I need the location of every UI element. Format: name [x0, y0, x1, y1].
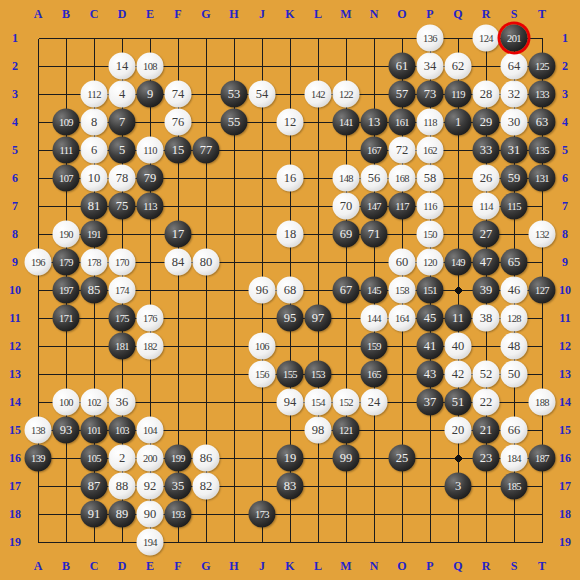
stone-black-77-G5[interactable]: 77: [193, 137, 220, 164]
stone-black-199-F16[interactable]: 199: [165, 445, 192, 472]
row-label-left-19: 19: [9, 535, 21, 550]
stone-white-14-D2[interactable]: 14: [109, 53, 136, 80]
move-number: 29: [480, 109, 493, 136]
move-number: 50: [508, 361, 521, 388]
move-number: 173: [255, 501, 269, 528]
move-number: 35: [172, 473, 185, 500]
stone-white-122-M3[interactable]: 122: [333, 81, 360, 108]
stone-black-35-F17[interactable]: 35: [165, 473, 192, 500]
stone-black-55-H4[interactable]: 55: [221, 109, 248, 136]
move-number: 122: [339, 81, 353, 108]
move-number: 113: [143, 193, 157, 220]
stone-white-26-R6[interactable]: 26: [473, 165, 500, 192]
row-label-right-4: 4: [562, 115, 568, 130]
stone-white-40-Q12[interactable]: 40: [445, 333, 472, 360]
move-number: 61: [396, 53, 409, 80]
stone-black-159-N12[interactable]: 159: [361, 333, 388, 360]
stone-white-62-Q2[interactable]: 62: [445, 53, 472, 80]
stone-black-193-F18[interactable]: 193: [165, 501, 192, 528]
move-number: 139: [31, 445, 45, 472]
stone-white-142-L3[interactable]: 142: [305, 81, 332, 108]
stone-white-58-P6[interactable]: 58: [417, 165, 444, 192]
col-label-top-F: F: [174, 7, 181, 22]
stone-black-53-H3[interactable]: 53: [221, 81, 248, 108]
move-number: 9: [147, 81, 153, 108]
stone-white-66-S15[interactable]: 66: [501, 417, 528, 444]
stone-white-74-F3[interactable]: 74: [165, 81, 192, 108]
move-number: 94: [284, 389, 297, 416]
stone-black-197-B10[interactable]: 197: [53, 277, 80, 304]
stone-black-101-C15[interactable]: 101: [81, 417, 108, 444]
stone-white-102-C14[interactable]: 102: [81, 389, 108, 416]
move-number: 75: [116, 193, 129, 220]
stone-black-103-D15[interactable]: 103: [109, 417, 136, 444]
move-number: 184: [507, 445, 521, 472]
stone-black-41-P12[interactable]: 41: [417, 333, 444, 360]
move-number: 57: [396, 81, 409, 108]
row-label-right-9: 9: [562, 255, 568, 270]
stone-black-45-P11[interactable]: 45: [417, 305, 444, 332]
move-number: 20: [452, 417, 465, 444]
row-label-right-12: 12: [559, 339, 571, 354]
stone-white-190-B8[interactable]: 190: [53, 221, 80, 248]
stone-black-119-Q3[interactable]: 119: [445, 81, 472, 108]
move-number: 199: [171, 445, 185, 472]
move-number: 70: [340, 193, 353, 220]
stone-black-201-S1[interactable]: 201: [501, 25, 528, 52]
move-number: 175: [115, 305, 129, 332]
stone-white-200-E16[interactable]: 200: [137, 445, 164, 472]
stone-white-76-F4[interactable]: 76: [165, 109, 192, 136]
col-label-bottom-P: P: [426, 559, 433, 574]
move-number: 65: [508, 249, 521, 276]
stone-white-88-D17[interactable]: 88: [109, 473, 136, 500]
move-number: 39: [480, 277, 493, 304]
star-point-Q10: [455, 287, 462, 294]
stone-white-164-O11[interactable]: 164: [389, 305, 416, 332]
stone-white-108-E2[interactable]: 108: [137, 53, 164, 80]
stone-black-43-P13[interactable]: 43: [417, 361, 444, 388]
stone-black-161-O4[interactable]: 161: [389, 109, 416, 136]
move-number: 124: [479, 25, 493, 52]
stone-black-135-T5[interactable]: 135: [529, 137, 556, 164]
row-label-left-5: 5: [12, 143, 18, 158]
move-number: 36: [116, 389, 129, 416]
stone-white-96-J10[interactable]: 96: [249, 277, 276, 304]
col-label-top-K: K: [285, 7, 294, 22]
move-number: 114: [479, 193, 493, 220]
move-number: 149: [451, 249, 465, 276]
move-number: 91: [88, 501, 101, 528]
move-number: 109: [59, 109, 73, 136]
stone-black-125-T2[interactable]: 125: [529, 53, 556, 80]
row-label-right-7: 7: [562, 199, 568, 214]
stone-black-147-N7[interactable]: 147: [361, 193, 388, 220]
move-number: 37: [424, 389, 437, 416]
stone-black-37-P14[interactable]: 37: [417, 389, 444, 416]
stone-white-16-K6[interactable]: 16: [277, 165, 304, 192]
stone-white-36-D14[interactable]: 36: [109, 389, 136, 416]
stone-black-61-O2[interactable]: 61: [389, 53, 416, 80]
stone-white-32-S3[interactable]: 32: [501, 81, 528, 108]
col-label-bottom-B: B: [62, 559, 70, 574]
stone-black-29-R4[interactable]: 29: [473, 109, 500, 136]
move-number: 135: [535, 137, 549, 164]
stone-black-171-B11[interactable]: 171: [53, 305, 80, 332]
stone-black-71-N8[interactable]: 71: [361, 221, 388, 248]
stone-black-85-C10[interactable]: 85: [81, 277, 108, 304]
stone-white-124-R1[interactable]: 124: [473, 25, 500, 52]
stone-black-31-S5[interactable]: 31: [501, 137, 528, 164]
stone-white-144-N11[interactable]: 144: [361, 305, 388, 332]
stone-black-27-R8[interactable]: 27: [473, 221, 500, 248]
move-number: 138: [31, 417, 45, 444]
row-label-right-19: 19: [559, 535, 571, 550]
move-number: 128: [507, 305, 521, 332]
col-label-bottom-O: O: [397, 559, 406, 574]
stone-white-20-Q15[interactable]: 20: [445, 417, 472, 444]
stone-white-6-C5[interactable]: 6: [81, 137, 108, 164]
stone-white-158-O10[interactable]: 158: [389, 277, 416, 304]
move-number: 151: [423, 277, 437, 304]
stone-white-106-J12[interactable]: 106: [249, 333, 276, 360]
stone-black-11-Q11[interactable]: 11: [445, 305, 472, 332]
move-number: 23: [480, 445, 493, 472]
move-number: 155: [283, 361, 297, 388]
stone-black-39-R10[interactable]: 39: [473, 277, 500, 304]
move-number: 95: [284, 305, 297, 332]
stone-black-21-R15[interactable]: 21: [473, 417, 500, 444]
move-number: 115: [507, 193, 521, 220]
stone-black-19-K16[interactable]: 19: [277, 445, 304, 472]
row-label-right-2: 2: [562, 59, 568, 74]
stone-white-98-L15[interactable]: 98: [305, 417, 332, 444]
stone-black-79-E6[interactable]: 79: [137, 165, 164, 192]
stone-black-17-F8[interactable]: 17: [165, 221, 192, 248]
stone-white-138-A15[interactable]: 138: [25, 417, 52, 444]
stone-white-100-B14[interactable]: 100: [53, 389, 80, 416]
stone-black-115-S7[interactable]: 115: [501, 193, 528, 220]
move-number: 176: [143, 305, 157, 332]
stone-black-173-J18[interactable]: 173: [249, 501, 276, 528]
move-number: 112: [87, 81, 101, 108]
stone-black-9-E3[interactable]: 9: [137, 81, 164, 108]
stone-white-38-R11[interactable]: 38: [473, 305, 500, 332]
stone-black-139-A16[interactable]: 139: [25, 445, 52, 472]
col-label-top-L: L: [314, 7, 322, 22]
move-number: 164: [395, 305, 409, 332]
move-number: 30: [508, 109, 521, 136]
stone-white-176-E11[interactable]: 176: [137, 305, 164, 332]
stone-white-30-S4[interactable]: 30: [501, 109, 528, 136]
stone-white-60-O9[interactable]: 60: [389, 249, 416, 276]
stone-white-196-A9[interactable]: 196: [25, 249, 52, 276]
stone-black-185-S17[interactable]: 185: [501, 473, 528, 500]
row-label-right-5: 5: [562, 143, 568, 158]
stone-white-84-F9[interactable]: 84: [165, 249, 192, 276]
row-label-left-6: 6: [12, 171, 18, 186]
stone-black-5-D5[interactable]: 5: [109, 137, 136, 164]
stone-white-28-R3[interactable]: 28: [473, 81, 500, 108]
move-number: 18: [284, 221, 297, 248]
move-number: 12: [284, 109, 297, 136]
stone-black-59-S6[interactable]: 59: [501, 165, 528, 192]
move-number: 19: [284, 445, 297, 472]
move-number: 64: [508, 53, 521, 80]
stone-white-156-J13[interactable]: 156: [249, 361, 276, 388]
move-number: 53: [228, 81, 241, 108]
stone-white-46-S10[interactable]: 46: [501, 277, 528, 304]
stone-white-94-K14[interactable]: 94: [277, 389, 304, 416]
row-label-left-12: 12: [9, 339, 21, 354]
stone-white-150-P8[interactable]: 150: [417, 221, 444, 248]
stone-black-151-P10[interactable]: 151: [417, 277, 444, 304]
stone-black-141-M4[interactable]: 141: [333, 109, 360, 136]
stone-black-131-T6[interactable]: 131: [529, 165, 556, 192]
stone-black-155-K13[interactable]: 155: [277, 361, 304, 388]
move-number: 105: [87, 445, 101, 472]
stone-black-145-N10[interactable]: 145: [361, 277, 388, 304]
stone-black-69-M8[interactable]: 69: [333, 221, 360, 248]
stone-white-136-P1[interactable]: 136: [417, 25, 444, 52]
col-label-bottom-H: H: [229, 559, 238, 574]
stone-white-86-G16[interactable]: 86: [193, 445, 220, 472]
move-number: 158: [395, 277, 409, 304]
stone-white-174-D10[interactable]: 174: [109, 277, 136, 304]
move-number: 107: [59, 165, 73, 192]
move-number: 165: [367, 361, 381, 388]
stone-black-113-E7[interactable]: 113: [137, 193, 164, 220]
stone-black-15-F5[interactable]: 15: [165, 137, 192, 164]
move-number: 42: [452, 361, 465, 388]
move-number: 15: [172, 137, 185, 164]
row-label-right-3: 3: [562, 87, 568, 102]
stone-black-75-D7[interactable]: 75: [109, 193, 136, 220]
stone-black-105-C16[interactable]: 105: [81, 445, 108, 472]
move-number: 77: [200, 137, 213, 164]
stone-black-7-D4[interactable]: 7: [109, 109, 136, 136]
stone-white-170-D9[interactable]: 170: [109, 249, 136, 276]
stone-black-181-D12[interactable]: 181: [109, 333, 136, 360]
stone-black-47-R9[interactable]: 47: [473, 249, 500, 276]
stone-white-110-E5[interactable]: 110: [137, 137, 164, 164]
stone-black-109-B4[interactable]: 109: [53, 109, 80, 136]
stone-black-83-K17[interactable]: 83: [277, 473, 304, 500]
stone-white-18-K8[interactable]: 18: [277, 221, 304, 248]
col-label-top-Q: Q: [453, 7, 462, 22]
stone-black-167-N5[interactable]: 167: [361, 137, 388, 164]
stone-black-51-Q14[interactable]: 51: [445, 389, 472, 416]
row-label-right-8: 8: [562, 227, 568, 242]
stone-black-165-N13[interactable]: 165: [361, 361, 388, 388]
stone-white-22-R14[interactable]: 22: [473, 389, 500, 416]
stone-black-65-S9[interactable]: 65: [501, 249, 528, 276]
stone-white-148-M6[interactable]: 148: [333, 165, 360, 192]
move-number: 159: [367, 333, 381, 360]
stone-black-95-K11[interactable]: 95: [277, 305, 304, 332]
stone-black-153-L13[interactable]: 153: [305, 361, 332, 388]
move-number: 43: [424, 361, 437, 388]
stone-white-10-C6[interactable]: 10: [81, 165, 108, 192]
stone-white-154-L14[interactable]: 154: [305, 389, 332, 416]
col-label-bottom-C: C: [90, 559, 99, 574]
move-number: 24: [368, 389, 381, 416]
stone-black-107-B6[interactable]: 107: [53, 165, 80, 192]
stone-white-194-E19[interactable]: 194: [137, 529, 164, 556]
stone-black-67-M10[interactable]: 67: [333, 277, 360, 304]
col-label-top-S: S: [511, 7, 518, 22]
col-label-bottom-N: N: [370, 559, 379, 574]
move-number: 170: [115, 249, 129, 276]
col-label-top-D: D: [118, 7, 127, 22]
row-label-left-2: 2: [12, 59, 18, 74]
stone-white-54-J3[interactable]: 54: [249, 81, 276, 108]
row-label-right-6: 6: [562, 171, 568, 186]
move-number: 54: [256, 81, 269, 108]
stone-white-152-M14[interactable]: 152: [333, 389, 360, 416]
move-number: 125: [535, 53, 549, 80]
move-number: 40: [452, 333, 465, 360]
move-number: 153: [311, 361, 325, 388]
stone-white-184-S16[interactable]: 184: [501, 445, 528, 472]
move-number: 99: [340, 445, 353, 472]
stone-black-93-B15[interactable]: 93: [53, 417, 80, 444]
move-number: 117: [395, 193, 409, 220]
row-label-left-18: 18: [9, 507, 21, 522]
stone-black-33-R5[interactable]: 33: [473, 137, 500, 164]
stone-black-179-B9[interactable]: 179: [53, 249, 80, 276]
stone-black-149-Q9[interactable]: 149: [445, 249, 472, 276]
stone-black-73-P3[interactable]: 73: [417, 81, 444, 108]
stone-black-87-C17[interactable]: 87: [81, 473, 108, 500]
stone-white-2-D16[interactable]: 2: [109, 445, 136, 472]
stone-black-187-T16[interactable]: 187: [529, 445, 556, 472]
stone-black-23-R16[interactable]: 23: [473, 445, 500, 472]
stone-white-70-M7[interactable]: 70: [333, 193, 360, 220]
stone-black-57-O3[interactable]: 57: [389, 81, 416, 108]
stone-white-34-P2[interactable]: 34: [417, 53, 444, 80]
stone-black-81-C7[interactable]: 81: [81, 193, 108, 220]
stone-white-8-C4[interactable]: 8: [81, 109, 108, 136]
col-label-bottom-S: S: [511, 559, 518, 574]
move-number: 193: [171, 501, 185, 528]
stone-white-90-E18[interactable]: 90: [137, 501, 164, 528]
stone-white-68-K10[interactable]: 68: [277, 277, 304, 304]
move-number: 73: [424, 81, 437, 108]
move-number: 179: [59, 249, 73, 276]
stone-black-191-C8[interactable]: 191: [81, 221, 108, 248]
row-label-right-1: 1: [562, 31, 568, 46]
move-number: 93: [60, 417, 73, 444]
stone-white-52-R13[interactable]: 52: [473, 361, 500, 388]
stone-black-111-B5[interactable]: 111: [53, 137, 80, 164]
stone-white-182-E12[interactable]: 182: [137, 333, 164, 360]
move-number: 5: [119, 137, 125, 164]
stone-white-178-C9[interactable]: 178: [81, 249, 108, 276]
stone-white-116-P7[interactable]: 116: [417, 193, 444, 220]
stone-black-99-M16[interactable]: 99: [333, 445, 360, 472]
move-number: 14: [116, 53, 129, 80]
move-number: 84: [172, 249, 185, 276]
move-number: 144: [367, 305, 381, 332]
move-number: 11: [452, 305, 464, 332]
stone-white-72-O5[interactable]: 72: [389, 137, 416, 164]
stone-white-114-R7[interactable]: 114: [473, 193, 500, 220]
stone-white-12-K4[interactable]: 12: [277, 109, 304, 136]
stone-white-56-N6[interactable]: 56: [361, 165, 388, 192]
stone-white-80-G9[interactable]: 80: [193, 249, 220, 276]
stone-white-64-S2[interactable]: 64: [501, 53, 528, 80]
stone-black-117-O7[interactable]: 117: [389, 193, 416, 220]
stone-white-128-S11[interactable]: 128: [501, 305, 528, 332]
stone-black-97-L11[interactable]: 97: [305, 305, 332, 332]
row-label-left-4: 4: [12, 115, 18, 130]
move-number: 55: [228, 109, 241, 136]
stone-black-127-T10[interactable]: 127: [529, 277, 556, 304]
move-number: 185: [507, 473, 521, 500]
move-number: 71: [368, 221, 381, 248]
stone-black-3-Q17[interactable]: 3: [445, 473, 472, 500]
stone-white-118-P4[interactable]: 118: [417, 109, 444, 136]
stone-white-188-T14[interactable]: 188: [529, 389, 556, 416]
stone-white-82-G17[interactable]: 82: [193, 473, 220, 500]
stone-white-168-O6[interactable]: 168: [389, 165, 416, 192]
stone-black-91-C18[interactable]: 91: [81, 501, 108, 528]
stone-white-4-D3[interactable]: 4: [109, 81, 136, 108]
stone-white-42-Q13[interactable]: 42: [445, 361, 472, 388]
stone-white-112-C3[interactable]: 112: [81, 81, 108, 108]
col-label-bottom-G: G: [201, 559, 210, 574]
move-number: 26: [480, 165, 493, 192]
move-number: 47: [480, 249, 493, 276]
stone-black-25-O16[interactable]: 25: [389, 445, 416, 472]
col-label-top-O: O: [397, 7, 406, 22]
move-number: 154: [311, 389, 325, 416]
stone-white-92-E17[interactable]: 92: [137, 473, 164, 500]
stone-black-13-N4[interactable]: 13: [361, 109, 388, 136]
row-label-left-1: 1: [12, 31, 18, 46]
stone-white-132-T8[interactable]: 132: [529, 221, 556, 248]
stone-white-162-P5[interactable]: 162: [417, 137, 444, 164]
move-number: 68: [284, 277, 297, 304]
stone-black-175-D11[interactable]: 175: [109, 305, 136, 332]
stone-white-78-D6[interactable]: 78: [109, 165, 136, 192]
move-number: 78: [116, 165, 129, 192]
move-number: 66: [508, 417, 521, 444]
move-number: 156: [255, 361, 269, 388]
col-label-top-N: N: [370, 7, 379, 22]
row-label-left-3: 3: [12, 87, 18, 102]
stone-black-89-D18[interactable]: 89: [109, 501, 136, 528]
move-number: 56: [368, 165, 381, 192]
row-label-left-13: 13: [9, 367, 21, 382]
stone-white-104-E15[interactable]: 104: [137, 417, 164, 444]
stone-black-1-Q4[interactable]: 1: [445, 109, 472, 136]
col-label-bottom-T: T: [538, 559, 546, 574]
stone-white-48-S12[interactable]: 48: [501, 333, 528, 360]
stone-white-24-N14[interactable]: 24: [361, 389, 388, 416]
stone-black-63-T4[interactable]: 63: [529, 109, 556, 136]
move-number: 187: [535, 445, 549, 472]
stone-black-133-T3[interactable]: 133: [529, 81, 556, 108]
move-number: 27: [480, 221, 493, 248]
stone-black-121-M15[interactable]: 121: [333, 417, 360, 444]
stone-white-120-P9[interactable]: 120: [417, 249, 444, 276]
move-number: 69: [340, 221, 353, 248]
move-number: 80: [200, 249, 213, 276]
stone-white-50-S13[interactable]: 50: [501, 361, 528, 388]
col-label-top-C: C: [90, 7, 99, 22]
